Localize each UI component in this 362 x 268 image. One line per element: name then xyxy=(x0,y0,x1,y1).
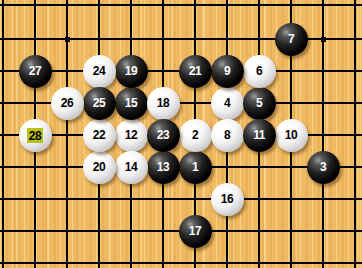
move-number: 24 xyxy=(93,65,105,77)
star-point xyxy=(321,37,326,42)
stone-white-24: 24 xyxy=(83,55,116,88)
move-number: 17 xyxy=(189,225,201,237)
move-number: 13 xyxy=(157,161,169,173)
grid-horizontal-line xyxy=(0,38,362,40)
move-number: 2 xyxy=(192,129,198,141)
move-number: 7 xyxy=(288,33,294,45)
move-number: 23 xyxy=(157,129,169,141)
stone-white-22: 22 xyxy=(83,119,116,152)
move-number: 10 xyxy=(285,129,297,141)
move-number: 26 xyxy=(61,97,73,109)
move-number: 16 xyxy=(221,193,233,205)
move-number: 11 xyxy=(253,129,265,141)
stone-black-13: 13 xyxy=(147,151,180,184)
stone-black-3: 3 xyxy=(307,151,340,184)
stone-black-15: 15 xyxy=(115,87,148,120)
stone-white-20: 20 xyxy=(83,151,116,184)
move-number: 5 xyxy=(256,97,262,109)
stone-black-23: 23 xyxy=(147,119,180,152)
stone-black-27: 27 xyxy=(19,55,52,88)
move-number-last-move: 28 xyxy=(27,128,43,143)
stone-white-14: 14 xyxy=(115,151,148,184)
move-number: 9 xyxy=(224,65,230,77)
move-number: 22 xyxy=(93,129,105,141)
move-number: 19 xyxy=(125,65,137,77)
stone-black-11: 11 xyxy=(243,119,276,152)
stone-black-9: 9 xyxy=(211,55,244,88)
move-number: 1 xyxy=(192,161,198,173)
grid-horizontal-line xyxy=(0,198,362,200)
move-number: 4 xyxy=(224,97,230,109)
move-number: 18 xyxy=(157,97,169,109)
move-number: 27 xyxy=(29,65,41,77)
stone-white-2: 2 xyxy=(179,119,212,152)
move-number: 25 xyxy=(93,97,105,109)
grid-horizontal-line xyxy=(0,4,362,6)
stone-white-26: 26 xyxy=(51,87,84,120)
stone-black-19: 19 xyxy=(115,55,148,88)
stone-black-7: 7 xyxy=(275,23,308,56)
stone-white-4: 4 xyxy=(211,87,244,120)
move-number: 21 xyxy=(189,65,201,77)
go-board[interactable]: 1234567891011121314151617181920212223242… xyxy=(0,0,362,268)
stone-black-25: 25 xyxy=(83,87,116,120)
move-number: 15 xyxy=(125,97,137,109)
stone-white-18: 18 xyxy=(147,87,180,120)
stone-white-16: 16 xyxy=(211,183,244,216)
grid-horizontal-line xyxy=(0,262,362,264)
move-number: 6 xyxy=(256,65,262,77)
move-number: 8 xyxy=(224,129,230,141)
move-number: 14 xyxy=(125,161,137,173)
move-number: 20 xyxy=(93,161,105,173)
stone-black-1: 1 xyxy=(179,151,212,184)
stone-white-6: 6 xyxy=(243,55,276,88)
move-number: 12 xyxy=(125,129,137,141)
move-number: 3 xyxy=(320,161,326,173)
star-point xyxy=(65,37,70,42)
stone-white-28: 28 xyxy=(19,119,52,152)
stone-white-8: 8 xyxy=(211,119,244,152)
stone-black-17: 17 xyxy=(179,215,212,248)
stone-white-10: 10 xyxy=(275,119,308,152)
stone-black-21: 21 xyxy=(179,55,212,88)
stone-white-12: 12 xyxy=(115,119,148,152)
stone-black-5: 5 xyxy=(243,87,276,120)
